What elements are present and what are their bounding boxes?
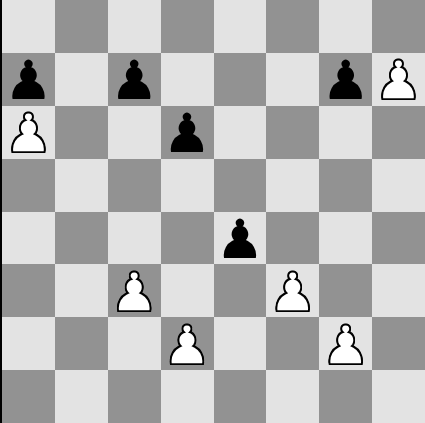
square-g6[interactable] [319, 106, 372, 159]
square-g4[interactable] [319, 212, 372, 265]
square-f6[interactable] [266, 106, 319, 159]
square-c6[interactable] [108, 106, 161, 159]
square-a5[interactable] [2, 159, 55, 212]
square-c2[interactable] [108, 317, 161, 370]
square-a3[interactable] [2, 264, 55, 317]
square-d6[interactable]: ♟ [161, 106, 214, 159]
square-h6[interactable] [372, 106, 425, 159]
square-h8[interactable] [372, 0, 425, 53]
square-f7[interactable] [266, 53, 319, 106]
square-c4[interactable] [108, 212, 161, 265]
square-a1[interactable] [2, 370, 55, 423]
square-c5[interactable] [108, 159, 161, 212]
square-d5[interactable] [161, 159, 214, 212]
square-d7[interactable] [161, 53, 214, 106]
square-h3[interactable] [372, 264, 425, 317]
square-a6[interactable]: ♟ [2, 106, 55, 159]
square-e6[interactable] [214, 106, 267, 159]
square-e3[interactable] [214, 264, 267, 317]
square-e1[interactable] [214, 370, 267, 423]
square-c1[interactable] [108, 370, 161, 423]
square-b8[interactable] [55, 0, 108, 53]
square-h5[interactable] [372, 159, 425, 212]
square-e5[interactable] [214, 159, 267, 212]
black-pawn[interactable]: ♟ [216, 214, 264, 264]
square-c8[interactable] [108, 0, 161, 53]
white-pawn[interactable]: ♟ [321, 320, 369, 370]
black-pawn[interactable]: ♟ [4, 55, 52, 105]
square-h1[interactable] [372, 370, 425, 423]
square-d1[interactable] [161, 370, 214, 423]
square-d8[interactable] [161, 0, 214, 53]
black-pawn[interactable]: ♟ [321, 55, 369, 105]
square-f5[interactable] [266, 159, 319, 212]
white-pawn[interactable]: ♟ [163, 320, 211, 370]
white-pawn[interactable]: ♟ [374, 55, 422, 105]
square-b5[interactable] [55, 159, 108, 212]
square-e4[interactable]: ♟ [214, 212, 267, 265]
square-a7[interactable]: ♟ [2, 53, 55, 106]
board-frame: ♟♟♟♟♟♟♟♟♟♟♟ [0, 0, 425, 423]
white-pawn[interactable]: ♟ [4, 108, 52, 158]
square-f2[interactable] [266, 317, 319, 370]
square-h7[interactable]: ♟ [372, 53, 425, 106]
black-pawn[interactable]: ♟ [163, 108, 211, 158]
square-f3[interactable]: ♟ [266, 264, 319, 317]
square-b1[interactable] [55, 370, 108, 423]
square-g7[interactable]: ♟ [319, 53, 372, 106]
square-c7[interactable]: ♟ [108, 53, 161, 106]
square-b7[interactable] [55, 53, 108, 106]
square-b3[interactable] [55, 264, 108, 317]
square-a2[interactable] [2, 317, 55, 370]
square-a4[interactable] [2, 212, 55, 265]
square-d3[interactable] [161, 264, 214, 317]
square-b6[interactable] [55, 106, 108, 159]
square-e8[interactable] [214, 0, 267, 53]
square-g5[interactable] [319, 159, 372, 212]
square-e7[interactable] [214, 53, 267, 106]
chess-board: ♟♟♟♟♟♟♟♟♟♟♟ [2, 0, 425, 423]
square-g8[interactable] [319, 0, 372, 53]
square-g1[interactable] [319, 370, 372, 423]
square-b4[interactable] [55, 212, 108, 265]
square-a8[interactable] [2, 0, 55, 53]
square-d2[interactable]: ♟ [161, 317, 214, 370]
square-h2[interactable] [372, 317, 425, 370]
square-f1[interactable] [266, 370, 319, 423]
black-pawn[interactable]: ♟ [110, 55, 158, 105]
white-pawn[interactable]: ♟ [110, 267, 158, 317]
square-d4[interactable] [161, 212, 214, 265]
square-c3[interactable]: ♟ [108, 264, 161, 317]
square-g3[interactable] [319, 264, 372, 317]
white-pawn[interactable]: ♟ [269, 267, 317, 317]
square-h4[interactable] [372, 212, 425, 265]
square-g2[interactable]: ♟ [319, 317, 372, 370]
square-b2[interactable] [55, 317, 108, 370]
square-e2[interactable] [214, 317, 267, 370]
square-f4[interactable] [266, 212, 319, 265]
square-f8[interactable] [266, 0, 319, 53]
